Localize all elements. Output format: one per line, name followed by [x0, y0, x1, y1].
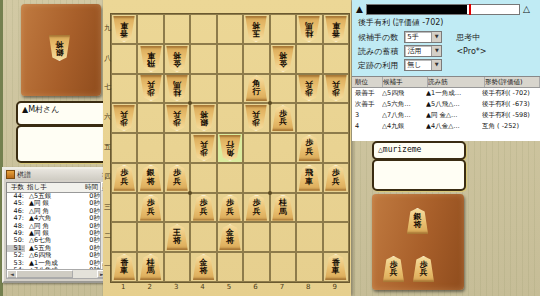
gote-piece-stand: 銀将歩兵歩兵 — [372, 194, 464, 290]
piece-kanji: 兵 — [390, 269, 398, 278]
kifu-header-指し手[interactable]: 指し手 — [25, 183, 82, 192]
gote-piece-歩兵[interactable]: 歩兵 — [412, 256, 435, 282]
square-2四[interactable]: 銀将 — [137, 163, 163, 193]
piece-kanji: 香 — [332, 29, 340, 38]
piece-kanji: 将 — [252, 20, 260, 29]
square-8六[interactable] — [296, 103, 322, 133]
gote-piece-桂馬[interactable]: 桂馬 — [271, 195, 294, 221]
square-8七[interactable]: 歩兵 — [296, 74, 322, 104]
square-8八[interactable] — [296, 44, 322, 74]
piece-kanji: 兵 — [147, 80, 155, 89]
file-label-5: 5 — [227, 283, 231, 291]
gote-empty-plate — [372, 159, 466, 191]
square-4三[interactable]: 歩兵 — [190, 193, 216, 223]
gote-piece-歩兵[interactable]: 歩兵 — [139, 195, 162, 221]
sente-piece-桂馬[interactable]: 桂馬 — [298, 16, 321, 42]
option-dropdown-定跡の利用[interactable]: 無し▼ — [404, 59, 442, 71]
square-6四[interactable] — [243, 163, 269, 193]
square-3四[interactable]: 歩兵 — [164, 163, 190, 193]
square-2一[interactable]: 桂馬 — [137, 252, 163, 282]
piece-kanji: 兵 — [226, 208, 234, 217]
sente-piece-歩兵[interactable]: 歩兵 — [139, 75, 162, 101]
rank-label-五: 五 — [104, 142, 111, 152]
piece-kanji: 将 — [56, 40, 64, 49]
kifu-window-icon — [6, 170, 15, 179]
piece-kanji: 兵 — [200, 208, 208, 217]
file-label-4: 4 — [200, 283, 204, 291]
candidate-cell: 最善手 — [352, 88, 382, 99]
candidate-cell: 次善手 — [352, 99, 382, 110]
sente-piece-歩兵[interactable]: 歩兵 — [113, 105, 136, 131]
square-5四[interactable] — [217, 163, 243, 193]
square-7九[interactable] — [270, 14, 296, 44]
piece-kanji: 行 — [252, 88, 260, 97]
square-8九[interactable]: 桂馬 — [296, 14, 322, 44]
sente-piece-stand: 銀将 — [21, 4, 101, 96]
piece-kanji: 歩 — [173, 118, 181, 127]
kifu-header-手数[interactable]: 手数 — [7, 183, 25, 192]
candidate-header-順位[interactable]: 順位 — [352, 77, 383, 87]
square-2九[interactable] — [137, 14, 163, 44]
piece-kanji: 馬 — [147, 267, 155, 276]
square-7六[interactable]: 歩兵 — [270, 103, 296, 133]
sente-piece-歩兵[interactable]: 歩兵 — [324, 75, 347, 101]
rank-label-六: 六 — [104, 112, 111, 122]
candidate-row[interactable]: 次善手△5六角…▲5八飛△…後手有利( -673) — [352, 99, 540, 110]
option-label: 候補手の数 — [358, 32, 398, 43]
sente-piece-金将[interactable]: 金将 — [166, 46, 189, 72]
square-9三[interactable] — [323, 193, 349, 223]
engine-status-text: 思考中 — [456, 32, 480, 43]
piece-kanji: 車 — [120, 267, 128, 276]
option-label: 読みの蓄積 — [358, 46, 398, 57]
square-3三[interactable] — [164, 193, 190, 223]
square-9六[interactable] — [323, 103, 349, 133]
square-9七[interactable]: 歩兵 — [323, 74, 349, 104]
square-3五[interactable] — [164, 133, 190, 163]
candidate-header-読み筋[interactable]: 読み筋 — [428, 77, 485, 87]
square-7五[interactable] — [270, 133, 296, 163]
candidate-moves-table[interactable]: 順位候補手読み筋形勢(評価値)最善手△5四飛▲1一角成…後手有利( -702)次… — [352, 76, 540, 141]
rank-label-三: 三 — [104, 202, 111, 212]
rank-label-九: 九 — [104, 23, 111, 33]
sente-nameplate: ▲M村さん — [16, 101, 108, 126]
candidate-cell: ▲4八金△… — [426, 121, 482, 132]
square-9五[interactable] — [323, 133, 349, 163]
square-4五[interactable]: 歩兵 — [190, 133, 216, 163]
square-5一[interactable] — [217, 252, 243, 282]
square-4四[interactable] — [190, 163, 216, 193]
square-1七[interactable] — [111, 74, 137, 104]
gote-piece-歩兵[interactable]: 歩兵 — [218, 195, 241, 221]
sente-empty-plate — [16, 125, 108, 163]
square-5七[interactable] — [217, 74, 243, 104]
file-label-1: 1 — [121, 283, 125, 291]
kifu-window: 棋譜 × 手数指し手時間44:△5五銀0秒45:▲同 銀0秒46:△同 角0秒4… — [2, 167, 112, 283]
candidate-row[interactable]: 最善手△5四飛▲1一角成…後手有利( -702) — [352, 88, 540, 99]
square-7一[interactable] — [270, 252, 296, 282]
square-4六[interactable]: 銀将 — [190, 103, 216, 133]
piece-kanji: 将 — [173, 50, 181, 59]
option-dropdown-読みの蓄積[interactable]: 活用▼ — [404, 45, 442, 57]
candidate-cell: 3 — [352, 110, 382, 121]
sente-mark: ▲ — [356, 4, 363, 14]
sente-piece-歩兵[interactable]: 歩兵 — [192, 135, 215, 161]
square-6六[interactable]: 歩兵 — [243, 103, 269, 133]
analysis-option-row: 定跡の利用無し▼ — [358, 59, 442, 71]
rank-label-一: 一 — [104, 261, 111, 271]
square-5八[interactable] — [217, 44, 243, 74]
piece-kanji: 車 — [305, 178, 313, 187]
piece-kanji: 車 — [147, 50, 155, 59]
square-3九[interactable] — [164, 14, 190, 44]
file-label-9: 9 — [333, 283, 337, 291]
piece-kanji: 兵 — [200, 139, 208, 148]
sente-piece-桂馬[interactable]: 桂馬 — [166, 75, 189, 101]
square-1六[interactable]: 歩兵 — [111, 103, 137, 133]
piece-kanji: 馬 — [173, 80, 181, 89]
piece-kanji: 歩 — [305, 88, 313, 97]
candidate-cell: ▲1一角成… — [426, 88, 482, 99]
candidate-row[interactable]: 3△7八角…▲同 金△…後手有利( -598) — [352, 110, 540, 121]
piece-kanji: 兵 — [420, 269, 428, 278]
gote-nameplate: △murizeme — [372, 141, 466, 160]
piece-kanji: 歩 — [200, 148, 208, 157]
kifu-move-list[interactable]: 手数指し手時間44:△5五銀0秒45:▲同 銀0秒46:△同 角0秒47:▲4六… — [6, 182, 108, 271]
piece-kanji: 将 — [147, 178, 155, 187]
square-2八[interactable]: 飛車 — [137, 44, 163, 74]
square-8四[interactable]: 飛車 — [296, 163, 322, 193]
square-1四[interactable]: 歩兵 — [111, 163, 137, 193]
evaluation-bar — [366, 4, 520, 15]
candidate-cell: ▲5八飛△… — [426, 99, 482, 110]
sente-piece-銀将[interactable]: 銀将 — [192, 105, 215, 131]
square-1二[interactable] — [111, 222, 137, 252]
piece-kanji: 兵 — [120, 110, 128, 119]
square-4一[interactable]: 金将 — [190, 252, 216, 282]
candidate-cell: ▲同 金△… — [426, 110, 482, 121]
file-label-6: 6 — [253, 283, 257, 291]
square-6一[interactable] — [243, 252, 269, 282]
gote-piece-歩兵[interactable]: 歩兵 — [245, 195, 268, 221]
square-8五[interactable]: 歩兵 — [296, 133, 322, 163]
sente-piece-香車[interactable]: 香車 — [113, 16, 136, 42]
square-5三[interactable]: 歩兵 — [217, 193, 243, 223]
square-9八[interactable] — [323, 44, 349, 74]
piece-kanji: 馬 — [305, 20, 313, 29]
kifu-titlebar[interactable]: 棋譜 × — [4, 169, 110, 180]
square-3八[interactable]: 金将 — [164, 44, 190, 74]
square-3七[interactable]: 桂馬 — [164, 74, 190, 104]
candidate-table-header: 順位候補手読み筋形勢(評価値) — [352, 77, 540, 88]
piece-kanji: 兵 — [173, 110, 181, 119]
square-2七[interactable]: 歩兵 — [137, 74, 163, 104]
square-2六[interactable] — [137, 103, 163, 133]
square-6五[interactable] — [243, 133, 269, 163]
gote-piece-飛車[interactable]: 飛車 — [298, 165, 321, 191]
square-5二[interactable]: 金将 — [217, 222, 243, 252]
square-3二[interactable]: 王将 — [164, 222, 190, 252]
candidate-cell: 後手有利( -598) — [482, 110, 540, 121]
kifu-header-時間[interactable]: 時間 — [82, 183, 98, 192]
position-judgement: 後手有利 (評価値 -702) — [358, 17, 443, 28]
square-8二[interactable] — [296, 222, 322, 252]
square-7四[interactable] — [270, 163, 296, 193]
gote-piece-香車[interactable]: 香車 — [324, 254, 347, 280]
square-1八[interactable] — [111, 44, 137, 74]
piece-kanji: 銀 — [56, 48, 64, 57]
gote-mark: △ — [523, 4, 530, 14]
kifu-window-title: 棋譜 — [17, 170, 99, 180]
rank-label-八: 八 — [104, 53, 111, 63]
sente-piece-歩兵[interactable]: 歩兵 — [298, 75, 321, 101]
square-4二[interactable] — [190, 222, 216, 252]
piece-kanji: 角 — [226, 148, 234, 157]
gote-piece-香車[interactable]: 香車 — [113, 254, 136, 280]
option-dropdown-候補手の数[interactable]: 5手▼ — [404, 31, 442, 43]
square-6二[interactable] — [243, 222, 269, 252]
piece-kanji: 将 — [414, 221, 422, 230]
gote-piece-銀将[interactable]: 銀将 — [406, 208, 429, 234]
evaluation-marker — [469, 4, 471, 15]
gote-piece-金将[interactable]: 金将 — [192, 254, 215, 280]
square-7三[interactable]: 桂馬 — [270, 193, 296, 223]
piece-kanji: 行 — [226, 139, 234, 148]
piece-kanji: 歩 — [147, 88, 155, 97]
square-9四[interactable]: 歩兵 — [323, 163, 349, 193]
evaluation-bar-fill — [367, 5, 467, 14]
piece-kanji: 兵 — [305, 80, 313, 89]
piece-kanji: 兵 — [120, 178, 128, 187]
piece-kanji: 兵 — [305, 148, 313, 157]
candidate-header-形勢(評価値)[interactable]: 形勢(評価値) — [485, 77, 540, 87]
piece-kanji: 将 — [226, 237, 234, 246]
candidate-cell: △7八角… — [382, 110, 426, 121]
piece-kanji: 玉 — [252, 29, 260, 38]
sente-piece-金将[interactable]: 金将 — [271, 46, 294, 72]
square-2三[interactable]: 歩兵 — [137, 193, 163, 223]
square-3六[interactable]: 歩兵 — [164, 103, 190, 133]
square-8一[interactable] — [296, 252, 322, 282]
piece-kanji: 桂 — [305, 29, 313, 38]
gote-piece-歩兵[interactable]: 歩兵 — [324, 165, 347, 191]
file-label-3: 3 — [174, 283, 178, 291]
gote-piece-金将[interactable]: 金将 — [218, 224, 241, 250]
piece-kanji: 将 — [279, 50, 287, 59]
square-7七[interactable] — [270, 74, 296, 104]
candidate-row[interactable]: 4△4九銀▲4八金△…互角 ( -252) — [352, 121, 540, 132]
piece-kanji: 兵 — [147, 208, 155, 217]
square-7八[interactable]: 金将 — [270, 44, 296, 74]
square-6九[interactable]: 玉将 — [243, 14, 269, 44]
gote-piece-歩兵[interactable]: 歩兵 — [298, 135, 321, 161]
gote-piece-桂馬[interactable]: 桂馬 — [139, 254, 162, 280]
square-2二[interactable] — [137, 222, 163, 252]
option-label: 定跡の利用 — [358, 60, 398, 71]
square-9九[interactable]: 香車 — [323, 14, 349, 44]
candidate-cell: △4九銀 — [382, 121, 426, 132]
analysis-option-row: 読みの蓄積活用▼<Pro*> — [358, 45, 486, 57]
square-1三[interactable] — [111, 193, 137, 223]
hoshi-dot — [188, 191, 192, 195]
hoshi-dot — [188, 101, 192, 105]
piece-kanji: 車 — [332, 20, 340, 29]
piece-kanji: 銀 — [200, 118, 208, 127]
sente-piece-銀将[interactable]: 銀将 — [48, 35, 71, 61]
square-1九[interactable]: 香車 — [111, 14, 137, 44]
sente-piece-香車[interactable]: 香車 — [324, 16, 347, 42]
board-grid[interactable]: 香車玉将桂馬香車飛車金将金将歩兵桂馬角行歩兵歩兵歩兵歩兵銀将歩兵歩兵歩兵角行歩兵… — [110, 13, 350, 283]
candidate-cell: △5六角… — [382, 99, 426, 110]
file-label-7: 7 — [280, 283, 284, 291]
candidate-header-候補手[interactable]: 候補手 — [383, 77, 428, 87]
piece-kanji: 歩 — [252, 118, 260, 127]
piece-kanji: 兵 — [279, 118, 287, 127]
piece-kanji: 香 — [120, 29, 128, 38]
piece-kanji: 兵 — [332, 80, 340, 89]
candidate-cell: △5四飛 — [382, 88, 426, 99]
evaluation-bar-row: ▲ △ — [356, 3, 530, 15]
piece-kanji: 兵 — [252, 110, 260, 119]
square-9二[interactable] — [323, 222, 349, 252]
square-1五[interactable] — [111, 133, 137, 163]
chevron-down-icon[interactable]: ▼ — [431, 32, 441, 42]
scrollbar-thumb[interactable] — [16, 270, 73, 278]
file-label-2: 2 — [147, 283, 151, 291]
rank-label-二: 二 — [104, 231, 111, 241]
gote-piece-歩兵[interactable]: 歩兵 — [192, 195, 215, 221]
piece-kanji: 歩 — [332, 88, 340, 97]
gote-piece-歩兵[interactable]: 歩兵 — [166, 165, 189, 191]
gote-piece-歩兵[interactable]: 歩兵 — [271, 105, 294, 131]
piece-kanji: 兵 — [252, 208, 260, 217]
piece-kanji: 将 — [200, 267, 208, 276]
piece-kanji: 歩 — [120, 118, 128, 127]
square-5九[interactable] — [217, 14, 243, 44]
sente-player-name: ▲M村さん — [18, 103, 106, 115]
kifu-horizontal-scrollbar[interactable]: ◄ ► — [6, 269, 108, 279]
square-1一[interactable]: 香車 — [111, 252, 137, 282]
sente-piece-玉将[interactable]: 玉将 — [245, 16, 268, 42]
sente-piece-歩兵[interactable]: 歩兵 — [166, 105, 189, 131]
square-2五[interactable] — [137, 133, 163, 163]
piece-kanji: 馬 — [279, 208, 287, 217]
hoshi-dot — [268, 101, 272, 105]
square-3一[interactable] — [164, 252, 190, 282]
candidate-cell: 互角 ( -252) — [482, 121, 540, 132]
chevron-down-icon[interactable]: ▼ — [431, 60, 441, 70]
chevron-down-icon[interactable]: ▼ — [431, 46, 441, 56]
engine-status-text: <Pro*> — [456, 47, 486, 56]
rank-label-七: 七 — [104, 82, 111, 92]
sente-piece-歩兵[interactable]: 歩兵 — [245, 105, 268, 131]
file-label-8: 8 — [306, 283, 310, 291]
piece-kanji: 将 — [173, 237, 181, 246]
square-5六[interactable] — [217, 103, 243, 133]
square-4九[interactable] — [190, 14, 216, 44]
square-9一[interactable]: 香車 — [323, 252, 349, 282]
square-4八[interactable] — [190, 44, 216, 74]
piece-kanji: 兵 — [173, 178, 181, 187]
piece-kanji: 桂 — [173, 88, 181, 97]
candidate-cell: 4 — [352, 121, 382, 132]
gote-player-name: △murizeme — [374, 143, 464, 154]
piece-kanji: 兵 — [332, 178, 340, 187]
piece-kanji: 車 — [332, 267, 340, 276]
gote-piece-角行[interactable]: 角行 — [245, 75, 268, 101]
gote-piece-王将[interactable]: 王将 — [166, 224, 189, 250]
piece-kanji: 車 — [120, 20, 128, 29]
rank-label-四: 四 — [104, 172, 111, 182]
square-6三[interactable]: 歩兵 — [243, 193, 269, 223]
piece-kanji: 将 — [200, 110, 208, 119]
gote-piece-歩兵[interactable]: 歩兵 — [113, 165, 136, 191]
square-7二[interactable] — [270, 222, 296, 252]
gote-piece-銀将[interactable]: 銀将 — [139, 165, 162, 191]
square-6八[interactable] — [243, 44, 269, 74]
square-6七[interactable]: 角行 — [243, 74, 269, 104]
analysis-option-row: 候補手の数5手▼思考中 — [358, 31, 480, 43]
sente-piece-角行[interactable]: 角行 — [218, 135, 241, 161]
gote-piece-歩兵[interactable]: 歩兵 — [382, 256, 405, 282]
square-5五[interactable]: 角行 — [217, 133, 243, 163]
square-8三[interactable] — [296, 193, 322, 223]
candidate-cell: 後手有利( -673) — [482, 99, 540, 110]
square-4七[interactable] — [190, 74, 216, 104]
sente-piece-飛車[interactable]: 飛車 — [139, 46, 162, 72]
hoshi-dot — [268, 191, 272, 195]
candidate-cell: 後手有利( -702) — [482, 88, 540, 99]
